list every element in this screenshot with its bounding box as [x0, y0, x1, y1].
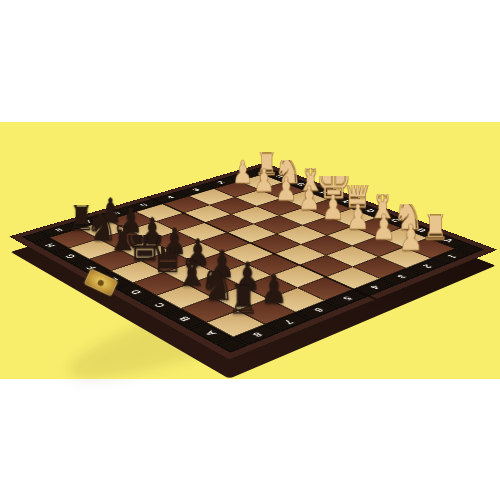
rank-label-text: 6	[111, 211, 122, 215]
rank-label-text: 8	[53, 228, 64, 233]
file-label-text: H	[273, 174, 285, 178]
file-label-text: E	[340, 200, 352, 204]
file-label-text: G	[63, 253, 77, 259]
file-label-text: A	[203, 330, 219, 337]
rank-label-text: 1	[445, 254, 458, 259]
file-label-text: C	[152, 302, 167, 309]
rank-label-text: 8	[250, 331, 264, 338]
rank-label-text: 6	[311, 307, 325, 313]
rank-label-text: 3	[395, 274, 408, 279]
rank-label-text: 2	[420, 264, 433, 269]
rank-label-text: 7	[281, 319, 295, 325]
rank-label-text: 3	[191, 188, 201, 192]
file-label-text: H	[43, 243, 57, 248]
rank-label-text: 7	[83, 219, 94, 223]
file-label-text: G	[294, 182, 306, 186]
file-label-text: C	[389, 218, 402, 223]
frame-corner	[455, 243, 484, 254]
file-label-text: F	[317, 191, 328, 195]
rank-label-text: 1	[240, 174, 250, 178]
file-label-text: D	[364, 209, 377, 214]
square-b4	[299, 255, 352, 277]
file-label-text: A	[441, 238, 454, 243]
rank-label-text: 4	[368, 285, 381, 291]
rank-label-text: 5	[340, 296, 353, 302]
file-label-text: B	[177, 315, 193, 322]
rank-label-text: 4	[165, 195, 176, 199]
rank-label-text: 5	[139, 203, 150, 207]
screenshot-root: { "game": "chess", "product": "wooden fo…	[0, 0, 500, 500]
file-label-text: B	[414, 228, 427, 233]
rank-label-text: 2	[216, 181, 226, 185]
file-label-text: D	[128, 289, 143, 295]
